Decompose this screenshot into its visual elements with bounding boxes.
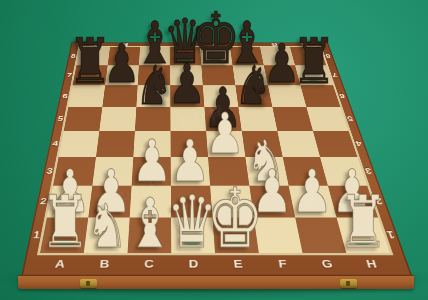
table-felt: AABBCCDDEEFFGGHH8877665544332211 ♝♛♚♝♜♟♟… (0, 0, 428, 300)
piece-white-pawn-g2[interactable]: ♟ (291, 162, 333, 222)
piece-white-knight-b1[interactable]: ♞ (86, 196, 128, 256)
piece-white-rook-h1[interactable]: ♜ (337, 186, 388, 258)
piece-black-pawn-d6[interactable]: ♟ (168, 58, 206, 112)
board-front-edge (18, 275, 414, 289)
square-b4[interactable] (96, 131, 135, 157)
piece-white-king-e1[interactable]: ♚ (206, 178, 264, 260)
piece-black-knight-c6[interactable]: ♞ (135, 59, 173, 113)
piece-black-rook-h7[interactable]: ♜ (292, 30, 336, 93)
file-label-bottom-f: F (259, 254, 307, 274)
square-a5[interactable] (64, 107, 103, 131)
piece-white-rook-a1[interactable]: ♜ (39, 186, 90, 258)
square-a4[interactable] (59, 131, 100, 157)
brass-latch-left (80, 279, 97, 288)
brass-latch-right (340, 279, 357, 288)
piece-white-pawn-e4[interactable]: ♟ (205, 105, 245, 162)
